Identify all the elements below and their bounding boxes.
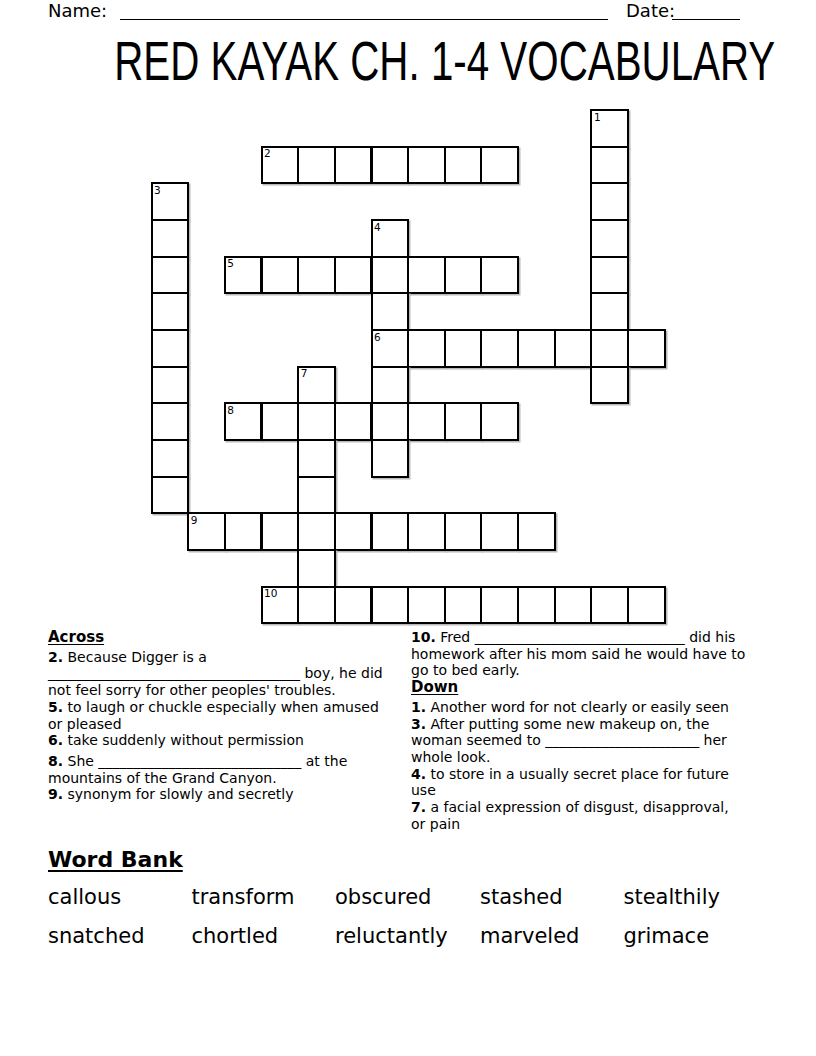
grid-cell-r2-c12[interactable]	[590, 182, 629, 221]
grid-cell-r6-c0[interactable]	[151, 329, 190, 368]
cell-number-5: 5	[227, 258, 234, 269]
grid-cell-r11-c3[interactable]	[261, 512, 300, 551]
grid-cell-r6-c10[interactable]	[517, 329, 556, 368]
grid-cell-r6-c8[interactable]	[444, 329, 483, 368]
clue-line: not feel sorry for other peoples' troubl…	[48, 682, 410, 699]
clue-line: 4. to store in a usually secret place fo…	[411, 766, 806, 783]
grid-cell-r4-c7[interactable]	[407, 256, 446, 295]
clue-line: ____________________________________ boy…	[48, 665, 410, 682]
clue-down-3: 3. After putting some new makeup on, the…	[411, 716, 806, 766]
grid-cell-r8-c0[interactable]	[151, 402, 190, 441]
clue-line: 6. take suddenly without permission	[48, 732, 410, 749]
grid-cell-r11-c8[interactable]	[444, 512, 483, 551]
grid-cell-r13-c5[interactable]	[334, 586, 373, 625]
cell-number-4: 4	[374, 222, 381, 233]
worksheet-page: Name: Date: RED KAYAK CH. 1-4 VOCABULARY…	[0, 0, 816, 1056]
word-bank-item-snatched: snatched	[48, 917, 192, 956]
clue-line: 1. Another word for not clearly or easil…	[411, 699, 806, 716]
grid-cell-r7-c6[interactable]	[371, 366, 410, 405]
grid-cell-r8-c3[interactable]	[261, 402, 300, 441]
word-bank-item-callous: callous	[48, 878, 192, 917]
clue-across-8: 8. She _____________________________ at …	[48, 753, 410, 786]
grid-cell-r4-c12[interactable]	[590, 256, 629, 295]
grid-cell-r5-c0[interactable]	[151, 292, 190, 331]
grid-cell-r10-c0[interactable]	[151, 476, 190, 515]
grid-cell-r6-c7[interactable]	[407, 329, 446, 368]
grid-cell-r11-c5[interactable]	[334, 512, 373, 551]
clue-line: mountains of the Grand Canyon.	[48, 770, 410, 787]
grid-cell-r1-c9[interactable]	[480, 146, 519, 185]
grid-cell-r3-c0[interactable]	[151, 219, 190, 258]
grid-cell-r11-c10[interactable]	[517, 512, 556, 551]
clue-line: use	[411, 782, 806, 799]
grid-cell-r4-c3[interactable]	[261, 256, 300, 295]
word-bank-item-obscured: obscured	[335, 878, 480, 917]
date-blank-line	[672, 1, 740, 20]
grid-cell-r3-c12[interactable]	[590, 219, 629, 258]
clue-down-4: 4. to store in a usually secret place fo…	[411, 766, 806, 799]
grid-cell-r13-c13[interactable]	[627, 586, 666, 625]
grid-cell-r6-c11[interactable]	[554, 329, 593, 368]
cell-number-7: 7	[301, 368, 308, 379]
grid-cell-r5-c12[interactable]	[590, 292, 629, 331]
grid-cell-r1-c8[interactable]	[444, 146, 483, 185]
grid-cell-r11-c2[interactable]	[224, 512, 263, 551]
grid-cell-r13-c9[interactable]	[480, 586, 519, 625]
word-bank: Word Bank calloustransformobscuredstashe…	[48, 846, 720, 955]
clue-across-5: 5. to laugh or chuckle especially when a…	[48, 699, 410, 732]
across-clues-right: 10. Fred ______________________________ …	[411, 629, 806, 679]
clue-across-10: 10. Fred ______________________________ …	[411, 629, 806, 679]
cell-number-2: 2	[264, 148, 271, 159]
grid-cell-r9-c0[interactable]	[151, 439, 190, 478]
grid-cell-r13-c12[interactable]	[590, 586, 629, 625]
grid-cell-r4-c4[interactable]	[297, 256, 336, 295]
grid-cell-r4-c5[interactable]	[334, 256, 373, 295]
grid-cell-r7-c12[interactable]	[590, 366, 629, 405]
word-bank-item-transform: transform	[192, 878, 336, 917]
grid-cell-r4-c9[interactable]	[480, 256, 519, 295]
clue-line: 9. synonym for slowly and secretly	[48, 786, 410, 803]
grid-cell-r13-c7[interactable]	[407, 586, 446, 625]
grid-cell-r4-c6[interactable]	[371, 256, 410, 295]
name-blank-line	[120, 1, 608, 20]
cell-number-1: 1	[594, 112, 601, 123]
grid-cell-r1-c6[interactable]	[371, 146, 410, 185]
clue-line: 7. a facial expression of disgust, disap…	[411, 799, 806, 816]
clue-across-9: 9. synonym for slowly and secretly	[48, 786, 410, 803]
cell-number-9: 9	[191, 515, 198, 526]
word-bank-item-reluctantly: reluctantly	[335, 917, 480, 956]
clue-line: woman seemed to ______________________ h…	[411, 732, 806, 749]
clue-line: whole look.	[411, 749, 806, 766]
word-bank-item-grimace: grimace	[624, 917, 720, 956]
down-clues: 1. Another word for not clearly or easil…	[411, 699, 806, 833]
clue-line: 5. to laugh or chuckle especially when a…	[48, 699, 410, 716]
grid-cell-r8-c9[interactable]	[480, 402, 519, 441]
grid-cell-r1-c12[interactable]	[590, 146, 629, 185]
cell-number-10: 10	[264, 588, 277, 599]
clue-line: 3. After putting some new makeup on, the	[411, 716, 806, 733]
grid-cell-r1-c7[interactable]	[407, 146, 446, 185]
date-label: Date:	[626, 1, 675, 21]
clue-across-6: 6. take suddenly without permission	[48, 732, 410, 749]
page-title: RED KAYAK CH. 1-4 VOCABULARY	[114, 33, 702, 89]
grid-cell-r11-c4[interactable]	[297, 512, 336, 551]
grid-cell-r13-c10[interactable]	[517, 586, 556, 625]
word-bank-item-chortled: chortled	[192, 917, 336, 956]
clue-line: 10. Fred ______________________________ …	[411, 629, 806, 646]
grid-cell-r5-c6[interactable]	[371, 292, 410, 331]
grid-cell-r11-c9[interactable]	[480, 512, 519, 551]
grid-cell-r6-c12[interactable]	[590, 329, 629, 368]
clue-down-7: 7. a facial expression of disgust, disap…	[411, 799, 806, 832]
grid-cell-r6-c9[interactable]	[480, 329, 519, 368]
grid-cell-r12-c4[interactable]	[297, 549, 336, 588]
clue-line: 8. She _____________________________ at …	[48, 753, 410, 770]
right-clues-column: 10. Fred ______________________________ …	[411, 629, 806, 832]
clue-down-1: 1. Another word for not clearly or easil…	[411, 699, 806, 716]
grid-cell-r8-c8[interactable]	[444, 402, 483, 441]
grid-cell-r9-c6[interactable]	[371, 439, 410, 478]
grid-cell-r4-c0[interactable]	[151, 256, 190, 295]
grid-cell-r9-c4[interactable]	[297, 439, 336, 478]
down-heading: Down	[411, 679, 806, 696]
cell-number-8: 8	[227, 405, 234, 416]
across-clues-left: 2. Because Digger is a__________________…	[48, 649, 410, 803]
cell-number-3: 3	[154, 185, 161, 196]
grid-cell-r1-c5[interactable]	[334, 146, 373, 185]
word-bank-heading: Word Bank	[48, 846, 720, 874]
grid-cell-r8-c6[interactable]	[371, 402, 410, 441]
grid-cell-r6-c13[interactable]	[627, 329, 666, 368]
grid-cell-r13-c4[interactable]	[297, 586, 336, 625]
clue-line: homework after his mom said he would hav…	[411, 646, 806, 663]
across-clues-column: Across 2. Because Digger is a___________…	[48, 629, 410, 803]
grid-cell-r8-c7[interactable]	[407, 402, 446, 441]
cell-number-6: 6	[374, 332, 381, 343]
grid-cell-r8-c5[interactable]	[334, 402, 373, 441]
word-bank-item-stealthily: stealthily	[624, 878, 720, 917]
grid-cell-r4-c8[interactable]	[444, 256, 483, 295]
grid-cell-r7-c0[interactable]	[151, 366, 190, 405]
grid-cell-r11-c6[interactable]	[371, 512, 410, 551]
grid-cell-r1-c4[interactable]	[297, 146, 336, 185]
word-bank-item-stashed: stashed	[480, 878, 624, 917]
across-heading: Across	[48, 629, 410, 646]
grid-cell-r13-c8[interactable]	[444, 586, 483, 625]
grid-cell-r13-c6[interactable]	[371, 586, 410, 625]
clue-line: or pleased	[48, 716, 410, 733]
grid-cell-r10-c4[interactable]	[297, 476, 336, 515]
word-bank-words: calloustransformobscuredstashedstealthil…	[48, 878, 720, 955]
grid-cell-r13-c11[interactable]	[554, 586, 593, 625]
word-bank-item-marveled: marveled	[480, 917, 624, 956]
name-label: Name:	[48, 1, 107, 21]
crossword-grid: 12345678910	[152, 110, 667, 625]
grid-cell-r8-c4[interactable]	[297, 402, 336, 441]
clue-line: or pain	[411, 816, 806, 833]
clue-line: go to bed early.	[411, 662, 806, 679]
clue-across-2: 2. Because Digger is a__________________…	[48, 649, 410, 699]
grid-cell-r11-c7[interactable]	[407, 512, 446, 551]
clue-line: 2. Because Digger is a	[48, 649, 410, 666]
